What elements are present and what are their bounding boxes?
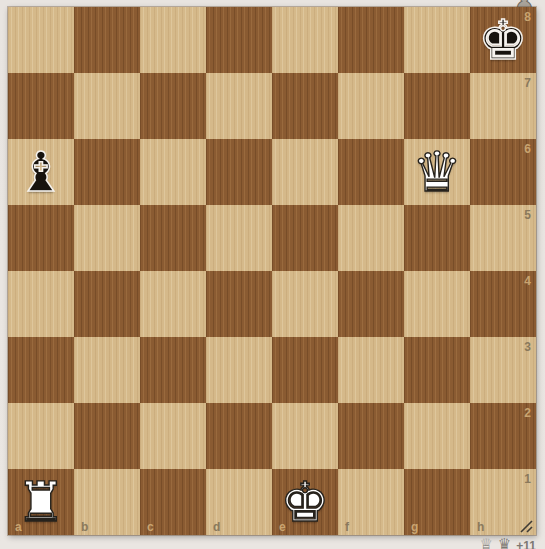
- square-g3[interactable]: [404, 337, 470, 403]
- rank-label-5: 5: [524, 209, 531, 221]
- square-d4[interactable]: [206, 271, 272, 337]
- square-g6[interactable]: ♛: [404, 139, 470, 205]
- square-c5[interactable]: [140, 205, 206, 271]
- file-label-f: f: [345, 521, 349, 533]
- rank-label-6: 6: [524, 143, 531, 155]
- file-label-g: g: [411, 521, 418, 533]
- queen-outline-icon: ♕: [479, 537, 492, 549]
- square-e5[interactable]: [272, 205, 338, 271]
- square-f1[interactable]: f: [338, 469, 404, 535]
- square-e7[interactable]: [272, 73, 338, 139]
- material-row: ♕ ♛ +11: [0, 537, 536, 549]
- square-g5[interactable]: [404, 205, 470, 271]
- square-c8[interactable]: [140, 7, 206, 73]
- square-d1[interactable]: d: [206, 469, 272, 535]
- piece-black-bishop[interactable]: ♝: [8, 139, 74, 205]
- file-label-h: h: [477, 521, 484, 533]
- square-c2[interactable]: [140, 403, 206, 469]
- board-resize-icon[interactable]: [520, 520, 533, 533]
- piece-white-queen[interactable]: ♛: [404, 139, 470, 205]
- rank-label-1: 1: [524, 473, 531, 485]
- square-h8[interactable]: 8♚: [470, 7, 536, 73]
- square-b8[interactable]: [74, 7, 140, 73]
- square-e2[interactable]: [272, 403, 338, 469]
- piece-white-rook[interactable]: ♜: [8, 469, 74, 535]
- square-e6[interactable]: [272, 139, 338, 205]
- rank-label-7: 7: [524, 77, 531, 89]
- square-a4[interactable]: [8, 271, 74, 337]
- square-f3[interactable]: [338, 337, 404, 403]
- square-f4[interactable]: [338, 271, 404, 337]
- square-b1[interactable]: b: [74, 469, 140, 535]
- square-d3[interactable]: [206, 337, 272, 403]
- rank-label-3: 3: [524, 341, 531, 353]
- square-d7[interactable]: [206, 73, 272, 139]
- square-a8[interactable]: [8, 7, 74, 73]
- square-b2[interactable]: [74, 403, 140, 469]
- square-a6[interactable]: ♝: [8, 139, 74, 205]
- square-g8[interactable]: [404, 7, 470, 73]
- square-e8[interactable]: [272, 7, 338, 73]
- piece-white-king[interactable]: ♚: [272, 469, 338, 535]
- file-label-c: c: [147, 521, 154, 533]
- square-h3[interactable]: 3: [470, 337, 536, 403]
- square-c6[interactable]: [140, 139, 206, 205]
- square-b3[interactable]: [74, 337, 140, 403]
- square-a5[interactable]: [8, 205, 74, 271]
- square-e1[interactable]: e♚: [272, 469, 338, 535]
- square-f8[interactable]: [338, 7, 404, 73]
- square-a2[interactable]: [8, 403, 74, 469]
- file-label-b: b: [81, 521, 88, 533]
- square-g7[interactable]: [404, 73, 470, 139]
- chess-board: 8♚7♝♛65432a♜bcde♚fg1h: [8, 7, 536, 535]
- square-b7[interactable]: [74, 73, 140, 139]
- piece-black-king[interactable]: ♚: [470, 7, 536, 73]
- square-f6[interactable]: [338, 139, 404, 205]
- square-e4[interactable]: [272, 271, 338, 337]
- file-label-d: d: [213, 521, 220, 533]
- square-a3[interactable]: [8, 337, 74, 403]
- square-f5[interactable]: [338, 205, 404, 271]
- queen-filled-icon: ♛: [498, 537, 511, 549]
- square-h4[interactable]: 4: [470, 271, 536, 337]
- rank-label-4: 4: [524, 275, 531, 287]
- square-f7[interactable]: [338, 73, 404, 139]
- square-f2[interactable]: [338, 403, 404, 469]
- square-c1[interactable]: c: [140, 469, 206, 535]
- square-d5[interactable]: [206, 205, 272, 271]
- square-g4[interactable]: [404, 271, 470, 337]
- square-c3[interactable]: [140, 337, 206, 403]
- square-c7[interactable]: [140, 73, 206, 139]
- square-b6[interactable]: [74, 139, 140, 205]
- square-d2[interactable]: [206, 403, 272, 469]
- square-h5[interactable]: 5: [470, 205, 536, 271]
- square-g2[interactable]: [404, 403, 470, 469]
- square-e3[interactable]: [272, 337, 338, 403]
- square-b4[interactable]: [74, 271, 140, 337]
- square-h2[interactable]: 2: [470, 403, 536, 469]
- square-g1[interactable]: g: [404, 469, 470, 535]
- square-d6[interactable]: [206, 139, 272, 205]
- square-c4[interactable]: [140, 271, 206, 337]
- square-h7[interactable]: 7: [470, 73, 536, 139]
- square-a1[interactable]: a♜: [8, 469, 74, 535]
- material-advantage: +11: [516, 537, 536, 549]
- square-a7[interactable]: [8, 73, 74, 139]
- rank-label-2: 2: [524, 407, 531, 419]
- square-b5[interactable]: [74, 205, 140, 271]
- square-d8[interactable]: [206, 7, 272, 73]
- square-h6[interactable]: 6: [470, 139, 536, 205]
